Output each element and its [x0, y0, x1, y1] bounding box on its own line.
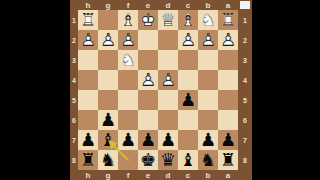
square-g3[interactable] — [98, 50, 118, 70]
square-h7[interactable]: ♟ — [78, 130, 98, 150]
rank-label-6: 6 — [238, 110, 252, 130]
file-label-e: e — [138, 170, 158, 180]
square-d7[interactable]: ♟ — [158, 130, 178, 150]
square-d2[interactable] — [158, 30, 178, 50]
black-pawn[interactable]: ♟ — [138, 130, 158, 150]
frame-corner-bottom-left — [70, 170, 78, 180]
rank-label-6: 6 — [70, 110, 78, 130]
square-e4[interactable]: ♟♙ — [138, 70, 158, 90]
white-knight[interactable]: ♞♘ — [118, 50, 138, 70]
file-label-b: b — [198, 170, 218, 180]
white-pawn[interactable]: ♟♙ — [138, 70, 158, 90]
square-e3[interactable] — [138, 50, 158, 70]
black-pawn[interactable]: ♟ — [98, 110, 118, 130]
square-d5[interactable] — [158, 90, 178, 110]
square-h6[interactable] — [78, 110, 98, 130]
white-king[interactable]: ♚♔ — [138, 10, 158, 30]
black-knight[interactable]: ♞ — [198, 150, 218, 170]
square-b3[interactable] — [198, 50, 218, 70]
black-knight[interactable]: ♞ — [98, 150, 118, 170]
letterbox-left — [0, 0, 70, 180]
square-a7[interactable]: ♟ — [218, 130, 238, 150]
square-d4[interactable]: ♟♙ — [158, 70, 178, 90]
file-label-c: c — [178, 170, 198, 180]
square-a6[interactable] — [218, 110, 238, 130]
black-pawn[interactable]: ♟ — [218, 130, 238, 150]
square-e2[interactable] — [138, 30, 158, 50]
rank-labels-left: 12345678 — [70, 10, 78, 170]
square-a2[interactable]: ♟♙ — [218, 30, 238, 50]
square-b1[interactable]: ♞♘ — [198, 10, 218, 30]
white-pawn[interactable]: ♟♙ — [98, 30, 118, 50]
white-knight[interactable]: ♞♘ — [198, 10, 218, 30]
square-f7[interactable]: ♟ — [118, 130, 138, 150]
square-f4[interactable] — [118, 70, 138, 90]
file-label-a: a — [218, 170, 238, 180]
frame-corner-bottom-right — [238, 170, 252, 180]
square-h8[interactable]: ♜ — [78, 150, 98, 170]
black-rook[interactable]: ♜ — [218, 150, 238, 170]
white-to-move-indicator — [240, 1, 250, 9]
black-pawn[interactable]: ♟ — [178, 90, 198, 110]
rank-label-2: 2 — [70, 30, 78, 50]
square-a8[interactable]: ♜ — [218, 150, 238, 170]
square-b7[interactable]: ♟ — [198, 130, 218, 150]
square-g2[interactable]: ♟♙ — [98, 30, 118, 50]
square-b4[interactable] — [198, 70, 218, 90]
square-f2[interactable]: ♟♙ — [118, 30, 138, 50]
white-pawn[interactable]: ♟♙ — [198, 30, 218, 50]
square-d8[interactable]: ♛ — [158, 150, 178, 170]
square-g4[interactable] — [98, 70, 118, 90]
square-e7[interactable]: ♟ — [138, 130, 158, 150]
square-g7[interactable]: ♝ — [98, 130, 118, 150]
square-f6[interactable] — [118, 110, 138, 130]
file-label-h: h — [78, 170, 98, 180]
square-b2[interactable]: ♟♙ — [198, 30, 218, 50]
square-g5[interactable] — [98, 90, 118, 110]
white-pawn[interactable]: ♟♙ — [118, 30, 138, 50]
file-label-g: g — [98, 170, 118, 180]
square-h1[interactable]: ♜♖ — [78, 10, 98, 30]
white-pawn[interactable]: ♟♙ — [178, 30, 198, 50]
square-e5[interactable] — [138, 90, 158, 110]
square-f8[interactable] — [118, 150, 138, 170]
black-pawn[interactable]: ♟ — [198, 130, 218, 150]
white-rook[interactable]: ♜♖ — [78, 10, 98, 30]
rank-label-7: 7 — [238, 130, 252, 150]
square-a4[interactable] — [218, 70, 238, 90]
file-labels-bottom: hgfedcba — [78, 170, 238, 180]
rank-label-8: 8 — [238, 150, 252, 170]
square-a1[interactable]: ♜♖ — [218, 10, 238, 30]
black-queen[interactable]: ♛ — [158, 150, 178, 170]
file-label-g: g — [98, 0, 118, 10]
square-a3[interactable] — [218, 50, 238, 70]
black-rook[interactable]: ♜ — [78, 150, 98, 170]
frame-corner-top-left — [70, 0, 78, 10]
square-b8[interactable]: ♞ — [198, 150, 218, 170]
rank-label-7: 7 — [70, 130, 78, 150]
square-g6[interactable]: ♟ — [98, 110, 118, 130]
square-f3[interactable]: ♞♘ — [118, 50, 138, 70]
black-pawn[interactable]: ♟ — [158, 130, 178, 150]
black-bishop[interactable]: ♝ — [178, 150, 198, 170]
square-e6[interactable] — [138, 110, 158, 130]
rank-label-2: 2 — [238, 30, 252, 50]
white-pawn[interactable]: ♟♙ — [78, 30, 98, 50]
square-h4[interactable] — [78, 70, 98, 90]
square-g1[interactable] — [98, 10, 118, 30]
white-bishop[interactable]: ♝♗ — [118, 10, 138, 30]
white-pawn[interactable]: ♟♙ — [218, 30, 238, 50]
square-a5[interactable] — [218, 90, 238, 110]
square-c3[interactable] — [178, 50, 198, 70]
square-c2[interactable]: ♟♙ — [178, 30, 198, 50]
square-c1[interactable]: ♝♗ — [178, 10, 198, 30]
rank-label-1: 1 — [238, 10, 252, 30]
square-h2[interactable]: ♟♙ — [78, 30, 98, 50]
black-king[interactable]: ♚ — [138, 150, 158, 170]
rank-label-5: 5 — [238, 90, 252, 110]
rank-label-8: 8 — [70, 150, 78, 170]
rank-label-5: 5 — [70, 90, 78, 110]
square-g8[interactable]: ♞ — [98, 150, 118, 170]
square-e8[interactable]: ♚ — [138, 150, 158, 170]
square-h5[interactable] — [78, 90, 98, 110]
square-c5[interactable]: ♟ — [178, 90, 198, 110]
file-label-f: f — [118, 170, 138, 180]
square-b6[interactable] — [198, 110, 218, 130]
square-d6[interactable] — [158, 110, 178, 130]
black-pawn[interactable]: ♟ — [118, 130, 138, 150]
letterbox-right — [252, 0, 320, 180]
rank-label-1: 1 — [70, 10, 78, 30]
square-c4[interactable] — [178, 70, 198, 90]
square-f5[interactable] — [118, 90, 138, 110]
square-d3[interactable] — [158, 50, 178, 70]
square-d1[interactable]: ♛♕ — [158, 10, 178, 30]
white-bishop[interactable]: ♝♗ — [178, 10, 198, 30]
rank-label-3: 3 — [70, 50, 78, 70]
square-c8[interactable]: ♝ — [178, 150, 198, 170]
rank-label-4: 4 — [238, 70, 252, 90]
rank-label-4: 4 — [70, 70, 78, 90]
square-f1[interactable]: ♝♗ — [118, 10, 138, 30]
square-b5[interactable] — [198, 90, 218, 110]
rank-labels-right: 12345678 — [238, 10, 252, 170]
square-e1[interactable]: ♚♔ — [138, 10, 158, 30]
chess-board: ♜♖♝♗♚♔♛♕♝♗♞♘♜♖♟♙♟♙♟♙♟♙♟♙♟♙♞♘♟♙♟♙♟♟♟♝♟♟♟♟… — [78, 10, 238, 170]
chess-board-frame: hgfedcba 12345678 ♜♖♝♗♚♔♛♕♝♗♞♘♜♖♟♙♟♙♟♙♟♙… — [70, 0, 252, 180]
rank-label-3: 3 — [238, 50, 252, 70]
white-pawn[interactable]: ♟♙ — [158, 70, 178, 90]
square-h3[interactable] — [78, 50, 98, 70]
black-bishop[interactable]: ♝ — [98, 130, 118, 150]
white-queen[interactable]: ♛♕ — [158, 10, 178, 30]
square-c6[interactable] — [178, 110, 198, 130]
chess-app-screenshot: hgfedcba 12345678 ♜♖♝♗♚♔♛♕♝♗♞♘♜♖♟♙♟♙♟♙♟♙… — [0, 0, 320, 180]
frame-corner-top-right — [238, 0, 252, 10]
file-label-d: d — [158, 170, 178, 180]
black-pawn[interactable]: ♟ — [78, 130, 98, 150]
square-c7[interactable] — [178, 130, 198, 150]
white-rook[interactable]: ♜♖ — [218, 10, 238, 30]
